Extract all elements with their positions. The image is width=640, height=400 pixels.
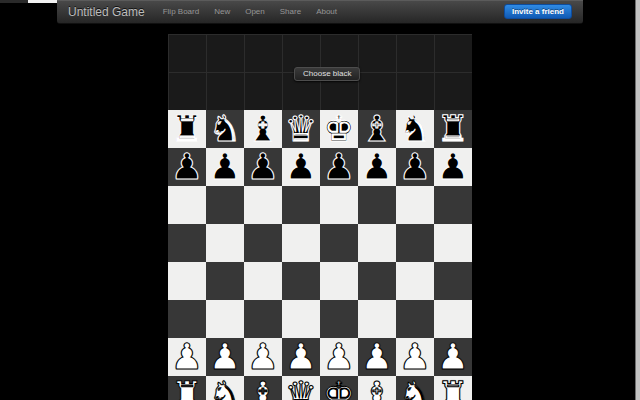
piece-white-bishop[interactable]: ♝ — [361, 376, 393, 400]
piece-black-pawn[interactable]: ♟ — [323, 148, 355, 186]
square-f2[interactable]: ♟ — [358, 338, 396, 376]
square-d6[interactable] — [282, 186, 320, 224]
scrollbar[interactable] — [635, 0, 640, 400]
piece-white-pawn[interactable]: ♟ — [285, 338, 317, 376]
square-b3[interactable] — [206, 300, 244, 338]
piece-white-rook[interactable]: ♜ — [171, 376, 203, 400]
square-c2[interactable]: ♟ — [244, 338, 282, 376]
piece-black-knight[interactable]: ♞ — [399, 110, 431, 148]
square-b8[interactable]: ♞ — [206, 110, 244, 148]
square-h2[interactable]: ♟ — [434, 338, 472, 376]
square-f7[interactable]: ♟ — [358, 148, 396, 186]
nav-item-open[interactable]: Open — [245, 7, 265, 16]
square-c7[interactable]: ♟ — [244, 148, 282, 186]
square-e3[interactable] — [320, 300, 358, 338]
piece-white-knight[interactable]: ♞ — [399, 376, 431, 400]
invite-a-friend-button[interactable]: Invite a friend — [504, 4, 572, 19]
choose-black-button[interactable]: Choose black — [294, 67, 360, 81]
square-a4[interactable] — [168, 262, 206, 300]
piece-white-king[interactable]: ♚ — [323, 376, 355, 400]
square-d4[interactable] — [282, 262, 320, 300]
square-h6[interactable] — [434, 186, 472, 224]
piece-black-bishop[interactable]: ♝ — [247, 110, 279, 148]
square-b5[interactable] — [206, 224, 244, 262]
piece-black-pawn[interactable]: ♟ — [399, 148, 431, 186]
square-d3[interactable] — [282, 300, 320, 338]
browser-edge-artifact — [0, 0, 28, 3]
square-b1[interactable]: ♞ — [206, 376, 244, 400]
square-f5[interactable] — [358, 224, 396, 262]
square-h3[interactable] — [434, 300, 472, 338]
piece-white-pawn[interactable]: ♟ — [323, 338, 355, 376]
piece-white-knight[interactable]: ♞ — [209, 376, 241, 400]
square-f6[interactable] — [358, 186, 396, 224]
square-h1[interactable]: ♜ — [434, 376, 472, 400]
square-h8[interactable]: ♜ — [434, 110, 472, 148]
square-h4[interactable] — [434, 262, 472, 300]
square-a8[interactable]: ♜ — [168, 110, 206, 148]
piece-white-pawn[interactable]: ♟ — [361, 338, 393, 376]
square-d1[interactable]: ♛ — [282, 376, 320, 400]
piece-black-pawn[interactable]: ♟ — [285, 148, 317, 186]
square-d8[interactable]: ♛ — [282, 110, 320, 148]
piece-black-queen[interactable]: ♛ — [285, 110, 317, 148]
nav-item-about[interactable]: About — [316, 7, 337, 16]
piece-white-pawn[interactable]: ♟ — [437, 338, 469, 376]
square-e1[interactable]: ♚ — [320, 376, 358, 400]
piece-white-bishop[interactable]: ♝ — [247, 376, 279, 400]
square-c8[interactable]: ♝ — [244, 110, 282, 148]
square-g6[interactable] — [396, 186, 434, 224]
piece-white-pawn[interactable]: ♟ — [247, 338, 279, 376]
square-c5[interactable] — [244, 224, 282, 262]
main-nav: Flip BoardNewOpenShareAbout — [163, 7, 337, 16]
piece-black-rook[interactable]: ♜ — [437, 110, 469, 148]
square-d2[interactable]: ♟ — [282, 338, 320, 376]
piece-black-pawn[interactable]: ♟ — [437, 148, 469, 186]
piece-black-king[interactable]: ♚ — [323, 110, 355, 148]
square-e6[interactable] — [320, 186, 358, 224]
square-g4[interactable] — [396, 262, 434, 300]
app-header: Untitled Game Flip BoardNewOpenShareAbou… — [57, 0, 583, 24]
square-f3[interactable] — [358, 300, 396, 338]
square-b4[interactable] — [206, 262, 244, 300]
nav-item-flip-board[interactable]: Flip Board — [163, 7, 199, 16]
square-f1[interactable]: ♝ — [358, 376, 396, 400]
piece-black-knight[interactable]: ♞ — [209, 110, 241, 148]
square-e7[interactable]: ♟ — [320, 148, 358, 186]
square-a6[interactable] — [168, 186, 206, 224]
piece-white-pawn[interactable]: ♟ — [171, 338, 203, 376]
square-b2[interactable]: ♟ — [206, 338, 244, 376]
chess-board-container: ♜♞♝♛♚♝♞♜♟♟♟♟♟♟♟♟♟♟♟♟♟♟♟♟♜♞♝♛♚♝♞♜ — [168, 34, 472, 400]
piece-white-pawn[interactable]: ♟ — [399, 338, 431, 376]
piece-black-rook[interactable]: ♜ — [171, 110, 203, 148]
nav-item-new[interactable]: New — [214, 7, 230, 16]
square-a1[interactable]: ♜ — [168, 376, 206, 400]
square-e2[interactable]: ♟ — [320, 338, 358, 376]
square-f4[interactable] — [358, 262, 396, 300]
piece-black-bishop[interactable]: ♝ — [361, 110, 393, 148]
square-c1[interactable]: ♝ — [244, 376, 282, 400]
square-a5[interactable] — [168, 224, 206, 262]
square-g7[interactable]: ♟ — [396, 148, 434, 186]
browser-tab-artifact — [28, 0, 57, 3]
square-b7[interactable]: ♟ — [206, 148, 244, 186]
square-b6[interactable] — [206, 186, 244, 224]
square-e5[interactable] — [320, 224, 358, 262]
chess-board[interactable]: ♜♞♝♛♚♝♞♜♟♟♟♟♟♟♟♟♟♟♟♟♟♟♟♟♜♞♝♛♚♝♞♜ — [168, 110, 472, 400]
square-d7[interactable]: ♟ — [282, 148, 320, 186]
square-c6[interactable] — [244, 186, 282, 224]
piece-black-pawn[interactable]: ♟ — [209, 148, 241, 186]
piece-white-pawn[interactable]: ♟ — [209, 338, 241, 376]
square-h5[interactable] — [434, 224, 472, 262]
square-g3[interactable] — [396, 300, 434, 338]
square-g5[interactable] — [396, 224, 434, 262]
square-g1[interactable]: ♞ — [396, 376, 434, 400]
square-c4[interactable] — [244, 262, 282, 300]
piece-white-rook[interactable]: ♜ — [437, 376, 469, 400]
piece-black-pawn[interactable]: ♟ — [247, 148, 279, 186]
square-a7[interactable]: ♟ — [168, 148, 206, 186]
piece-black-pawn[interactable]: ♟ — [361, 148, 393, 186]
square-h7[interactable]: ♟ — [434, 148, 472, 186]
square-d5[interactable] — [282, 224, 320, 262]
square-c3[interactable] — [244, 300, 282, 338]
square-a2[interactable]: ♟ — [168, 338, 206, 376]
square-g2[interactable]: ♟ — [396, 338, 434, 376]
piece-white-queen[interactable]: ♛ — [285, 376, 317, 400]
square-e8[interactable]: ♚ — [320, 110, 358, 148]
square-e4[interactable] — [320, 262, 358, 300]
nav-item-share[interactable]: Share — [280, 7, 301, 16]
square-f8[interactable]: ♝ — [358, 110, 396, 148]
piece-black-pawn[interactable]: ♟ — [171, 148, 203, 186]
page-title: Untitled Game — [68, 5, 145, 19]
square-a3[interactable] — [168, 300, 206, 338]
square-g8[interactable]: ♞ — [396, 110, 434, 148]
